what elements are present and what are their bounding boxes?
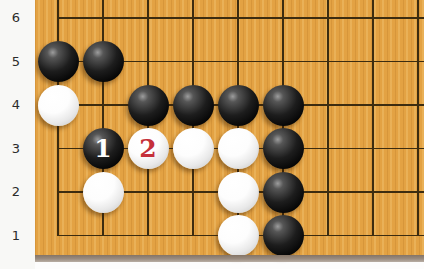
stone-black-e4[interactable] bbox=[218, 85, 259, 126]
row-label-6: 6 bbox=[0, 9, 32, 27]
stone-black-d4[interactable] bbox=[173, 85, 214, 126]
stone-white-a4[interactable] bbox=[38, 85, 79, 126]
move-number-label: 1 bbox=[94, 136, 111, 161]
row-label-4: 4 bbox=[0, 96, 32, 114]
board-bottom-edge bbox=[35, 255, 424, 262]
stone-white-e3[interactable] bbox=[218, 128, 259, 169]
grid-vertical-line bbox=[417, 0, 419, 236]
stone-black-a5[interactable] bbox=[38, 41, 79, 82]
stone-black-f1[interactable] bbox=[263, 215, 304, 256]
stone-white-e2[interactable] bbox=[218, 172, 259, 213]
row-label-5: 5 bbox=[0, 53, 32, 71]
row-label-3: 3 bbox=[0, 140, 32, 158]
stone-white-d3[interactable] bbox=[173, 128, 214, 169]
stone-black-c4[interactable] bbox=[128, 85, 169, 126]
stone-black-f4[interactable] bbox=[263, 85, 304, 126]
row-label-1: 1 bbox=[0, 227, 32, 245]
row-label-2: 2 bbox=[0, 183, 32, 201]
coordinate-margin: 654321 bbox=[0, 0, 35, 269]
move-1-stone-black-b3[interactable]: 1 bbox=[83, 128, 124, 169]
grid-vertical-line bbox=[372, 0, 374, 236]
stone-white-e1[interactable] bbox=[218, 215, 259, 256]
go-diagram: 12 654321 bbox=[0, 0, 424, 269]
go-board[interactable]: 12 bbox=[35, 0, 424, 255]
grid-vertical-line bbox=[327, 0, 329, 236]
stone-white-b2[interactable] bbox=[83, 172, 124, 213]
grid-horizontal-line bbox=[57, 17, 424, 19]
move-number-label: 2 bbox=[139, 136, 156, 161]
move-2-stone-white-c3[interactable]: 2 bbox=[128, 128, 169, 169]
stone-black-f2[interactable] bbox=[263, 172, 304, 213]
stone-black-b5[interactable] bbox=[83, 41, 124, 82]
stone-black-f3[interactable] bbox=[263, 128, 304, 169]
